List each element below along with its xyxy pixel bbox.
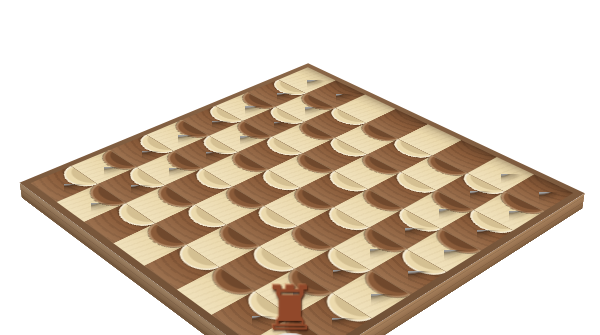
pawn-glyph: ♟: [288, 66, 323, 105]
pawn-glyph: ♟: [187, 107, 224, 149]
pawn-glyph: ♟: [71, 155, 111, 200]
board-scene: ♜♟♟♜♞♟♟♞♝♟♟♝♚♟♟♚♛♟♟♛♝♟♟♝♞♟♟♞♜♟♟♜: [0, 0, 600, 335]
pawn-glyph: ♟: [150, 122, 188, 165]
pawn-glyph: ♟: [256, 79, 292, 119]
chess-board-grid: ♜♟♟♜♞♟♟♞♝♟♟♝♚♟♟♚♛♟♟♛♝♟♟♝♞♟♟♞♜♟♟♜: [19, 63, 584, 335]
pawn-glyph: ♟: [222, 93, 259, 134]
pawn-glyph: ♟: [318, 53, 352, 91]
rook-glyph: ♜: [263, 278, 318, 335]
chess-board: ♜♟♟♜♞♟♟♞♝♟♟♝♚♟♟♚♛♟♟♛♝♟♟♝♞♟♟♞♜♟♟♜: [19, 63, 584, 335]
pawn-glyph: ♟: [112, 138, 151, 182]
product-photo: ♜♟♟♜♞♟♟♞♝♟♟♝♚♟♟♚♛♟♟♛♝♟♟♝♞♟♟♞♜♟♟♜: [0, 0, 600, 335]
